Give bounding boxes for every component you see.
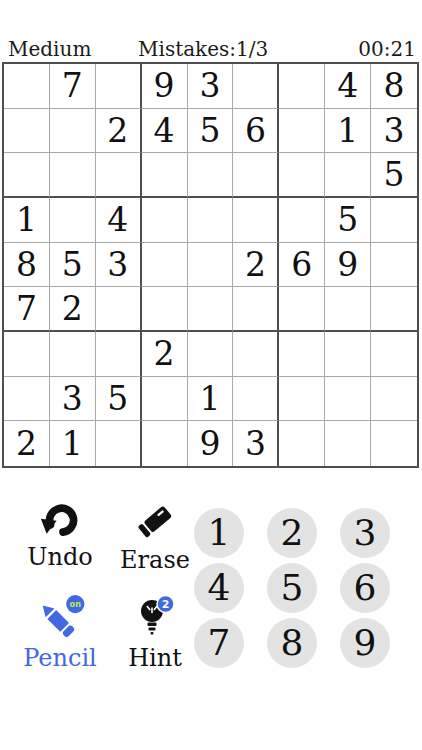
cell-r8c7[interactable] bbox=[279, 377, 325, 422]
cell-r9c7[interactable] bbox=[279, 421, 325, 466]
sudoku-board: 7934824561351458532697223512193 bbox=[2, 62, 419, 468]
numpad-button-9[interactable]: 9 bbox=[340, 618, 390, 668]
cell-r5c6[interactable]: 2 bbox=[233, 243, 279, 288]
cell-r4c6[interactable] bbox=[233, 198, 279, 243]
cell-r8c3[interactable]: 5 bbox=[96, 377, 142, 422]
cell-r3c1[interactable] bbox=[4, 153, 50, 198]
cell-r9c9[interactable] bbox=[371, 421, 417, 466]
numpad-button-2[interactable]: 2 bbox=[267, 508, 317, 558]
hint-label: Hint bbox=[128, 644, 182, 672]
cell-r2c8[interactable]: 1 bbox=[325, 109, 371, 154]
cell-r3c3[interactable] bbox=[96, 153, 142, 198]
cell-r1c9[interactable]: 8 bbox=[371, 64, 417, 109]
cell-r2c9[interactable]: 3 bbox=[371, 109, 417, 154]
cell-r5c3[interactable]: 3 bbox=[96, 243, 142, 288]
cell-r7c7[interactable] bbox=[279, 332, 325, 377]
cell-r7c6[interactable] bbox=[233, 332, 279, 377]
cell-r2c6[interactable]: 6 bbox=[233, 109, 279, 154]
erase-button[interactable]: Erase bbox=[112, 501, 198, 574]
cell-r2c4[interactable]: 4 bbox=[142, 109, 188, 154]
cell-r9c2[interactable]: 1 bbox=[50, 421, 96, 466]
cell-r6c4[interactable] bbox=[142, 287, 188, 332]
cell-r1c2[interactable]: 7 bbox=[50, 64, 96, 109]
cell-r3c8[interactable] bbox=[325, 153, 371, 198]
eraser-icon bbox=[134, 501, 176, 545]
cell-r8c2[interactable]: 3 bbox=[50, 377, 96, 422]
cell-r3c4[interactable] bbox=[142, 153, 188, 198]
number-pad: 123456789 bbox=[194, 508, 390, 668]
undo-label: Undo bbox=[27, 543, 93, 571]
cell-r6c5[interactable] bbox=[188, 287, 234, 332]
pencil-on-badge: on bbox=[70, 599, 82, 609]
cell-r4c3[interactable]: 4 bbox=[96, 198, 142, 243]
cell-r5c9[interactable] bbox=[371, 243, 417, 288]
cell-r5c2[interactable]: 5 bbox=[50, 243, 96, 288]
cell-r9c5[interactable]: 9 bbox=[188, 421, 234, 466]
cell-r6c9[interactable] bbox=[371, 287, 417, 332]
cell-r7c4[interactable]: 2 bbox=[142, 332, 188, 377]
cell-r6c6[interactable] bbox=[233, 287, 279, 332]
cell-r9c4[interactable] bbox=[142, 421, 188, 466]
numpad-button-5[interactable]: 5 bbox=[267, 563, 317, 613]
cell-r9c1[interactable]: 2 bbox=[4, 421, 50, 466]
cell-r1c1[interactable] bbox=[4, 64, 50, 109]
cell-r9c8[interactable] bbox=[325, 421, 371, 466]
cell-r5c8[interactable]: 9 bbox=[325, 243, 371, 288]
numpad-button-8[interactable]: 8 bbox=[267, 618, 317, 668]
cell-r6c3[interactable] bbox=[96, 287, 142, 332]
cell-r9c3[interactable] bbox=[96, 421, 142, 466]
cell-r1c6[interactable] bbox=[233, 64, 279, 109]
cell-r6c8[interactable] bbox=[325, 287, 371, 332]
cell-r4c1[interactable]: 1 bbox=[4, 198, 50, 243]
cell-r4c4[interactable] bbox=[142, 198, 188, 243]
numpad-button-4[interactable]: 4 bbox=[194, 563, 244, 613]
cell-r7c5[interactable] bbox=[188, 332, 234, 377]
cell-r1c4[interactable]: 9 bbox=[142, 64, 188, 109]
numpad-button-6[interactable]: 6 bbox=[340, 563, 390, 613]
hint-count-badge: 2 bbox=[162, 598, 170, 611]
numpad-button-1[interactable]: 1 bbox=[194, 508, 244, 558]
pencil-button[interactable]: on Pencil bbox=[20, 595, 100, 672]
cell-r8c6[interactable] bbox=[233, 377, 279, 422]
undo-button[interactable]: Undo bbox=[20, 501, 100, 571]
cell-r4c5[interactable] bbox=[188, 198, 234, 243]
pencil-icon: on bbox=[35, 595, 85, 643]
cell-r8c4[interactable] bbox=[142, 377, 188, 422]
erase-label: Erase bbox=[120, 546, 190, 574]
cell-r9c6[interactable]: 3 bbox=[233, 421, 279, 466]
numpad-button-7[interactable]: 7 bbox=[194, 618, 244, 668]
mistakes-counter: Mistakes:1/3 bbox=[138, 37, 268, 61]
cell-r3c7[interactable] bbox=[279, 153, 325, 198]
cell-r2c5[interactable]: 5 bbox=[188, 109, 234, 154]
cell-r1c3[interactable] bbox=[96, 64, 142, 109]
cell-r4c2[interactable] bbox=[50, 198, 96, 243]
hint-button[interactable]: 2 Hint bbox=[114, 595, 196, 672]
cell-r5c4[interactable] bbox=[142, 243, 188, 288]
cell-r3c9[interactable]: 5 bbox=[371, 153, 417, 198]
cell-r5c1[interactable]: 8 bbox=[4, 243, 50, 288]
cell-r2c1[interactable] bbox=[4, 109, 50, 154]
cell-r7c2[interactable] bbox=[50, 332, 96, 377]
cell-r2c2[interactable] bbox=[50, 109, 96, 154]
difficulty-label: Medium bbox=[8, 37, 91, 61]
cell-r8c9[interactable] bbox=[371, 377, 417, 422]
cell-r7c1[interactable] bbox=[4, 332, 50, 377]
cell-r1c8[interactable]: 4 bbox=[325, 64, 371, 109]
cell-r2c3[interactable]: 2 bbox=[96, 109, 142, 154]
cell-r6c7[interactable] bbox=[279, 287, 325, 332]
cell-r3c6[interactable] bbox=[233, 153, 279, 198]
cell-r3c5[interactable] bbox=[188, 153, 234, 198]
cell-r4c8[interactable]: 5 bbox=[325, 198, 371, 243]
cell-r5c5[interactable] bbox=[188, 243, 234, 288]
cell-r1c5[interactable]: 3 bbox=[188, 64, 234, 109]
sudoku-app: Medium Mistakes:1/3 00:21 79348245613514… bbox=[0, 0, 422, 750]
cell-r8c8[interactable] bbox=[325, 377, 371, 422]
cell-r6c2[interactable]: 2 bbox=[50, 287, 96, 332]
cell-r7c3[interactable] bbox=[96, 332, 142, 377]
pencil-label: Pencil bbox=[23, 644, 97, 672]
cell-r2c7[interactable] bbox=[279, 109, 325, 154]
cell-r1c7[interactable] bbox=[279, 64, 325, 109]
cell-r8c5[interactable]: 1 bbox=[188, 377, 234, 422]
cell-r7c9[interactable] bbox=[371, 332, 417, 377]
cell-r4c9[interactable] bbox=[371, 198, 417, 243]
undo-icon bbox=[40, 501, 80, 542]
cell-r6c1[interactable]: 7 bbox=[4, 287, 50, 332]
timer: 00:21 bbox=[358, 37, 416, 61]
cell-r5c7[interactable]: 6 bbox=[279, 243, 325, 288]
cell-r7c8[interactable] bbox=[325, 332, 371, 377]
numpad-button-3[interactable]: 3 bbox=[340, 508, 390, 558]
cell-r3c2[interactable] bbox=[50, 153, 96, 198]
cell-r8c1[interactable] bbox=[4, 377, 50, 422]
hint-bulb-icon: 2 bbox=[135, 595, 175, 643]
cell-r4c7[interactable] bbox=[279, 198, 325, 243]
